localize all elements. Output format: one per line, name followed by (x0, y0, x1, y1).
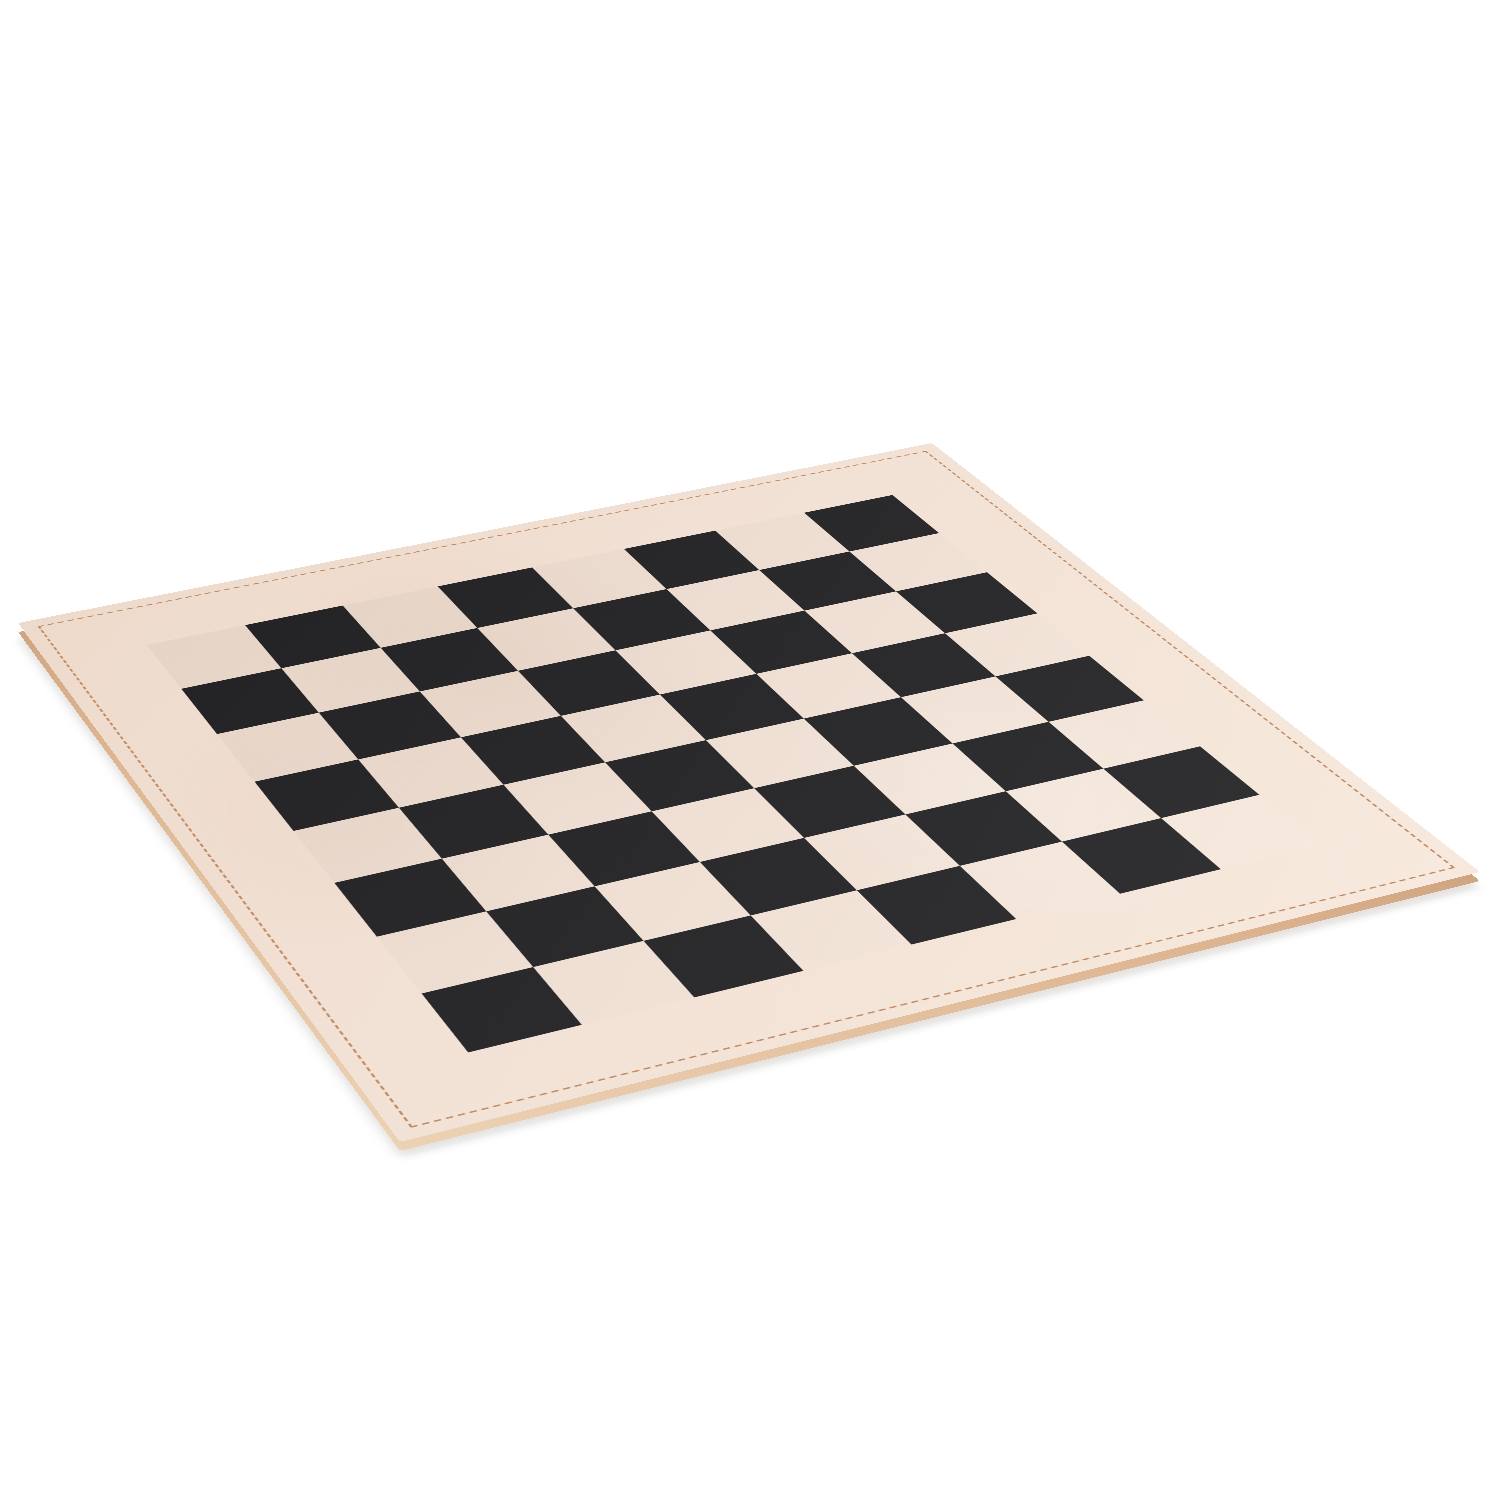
product-photo-canvas (0, 0, 1500, 1500)
chessboard-mat (18, 443, 1480, 1142)
